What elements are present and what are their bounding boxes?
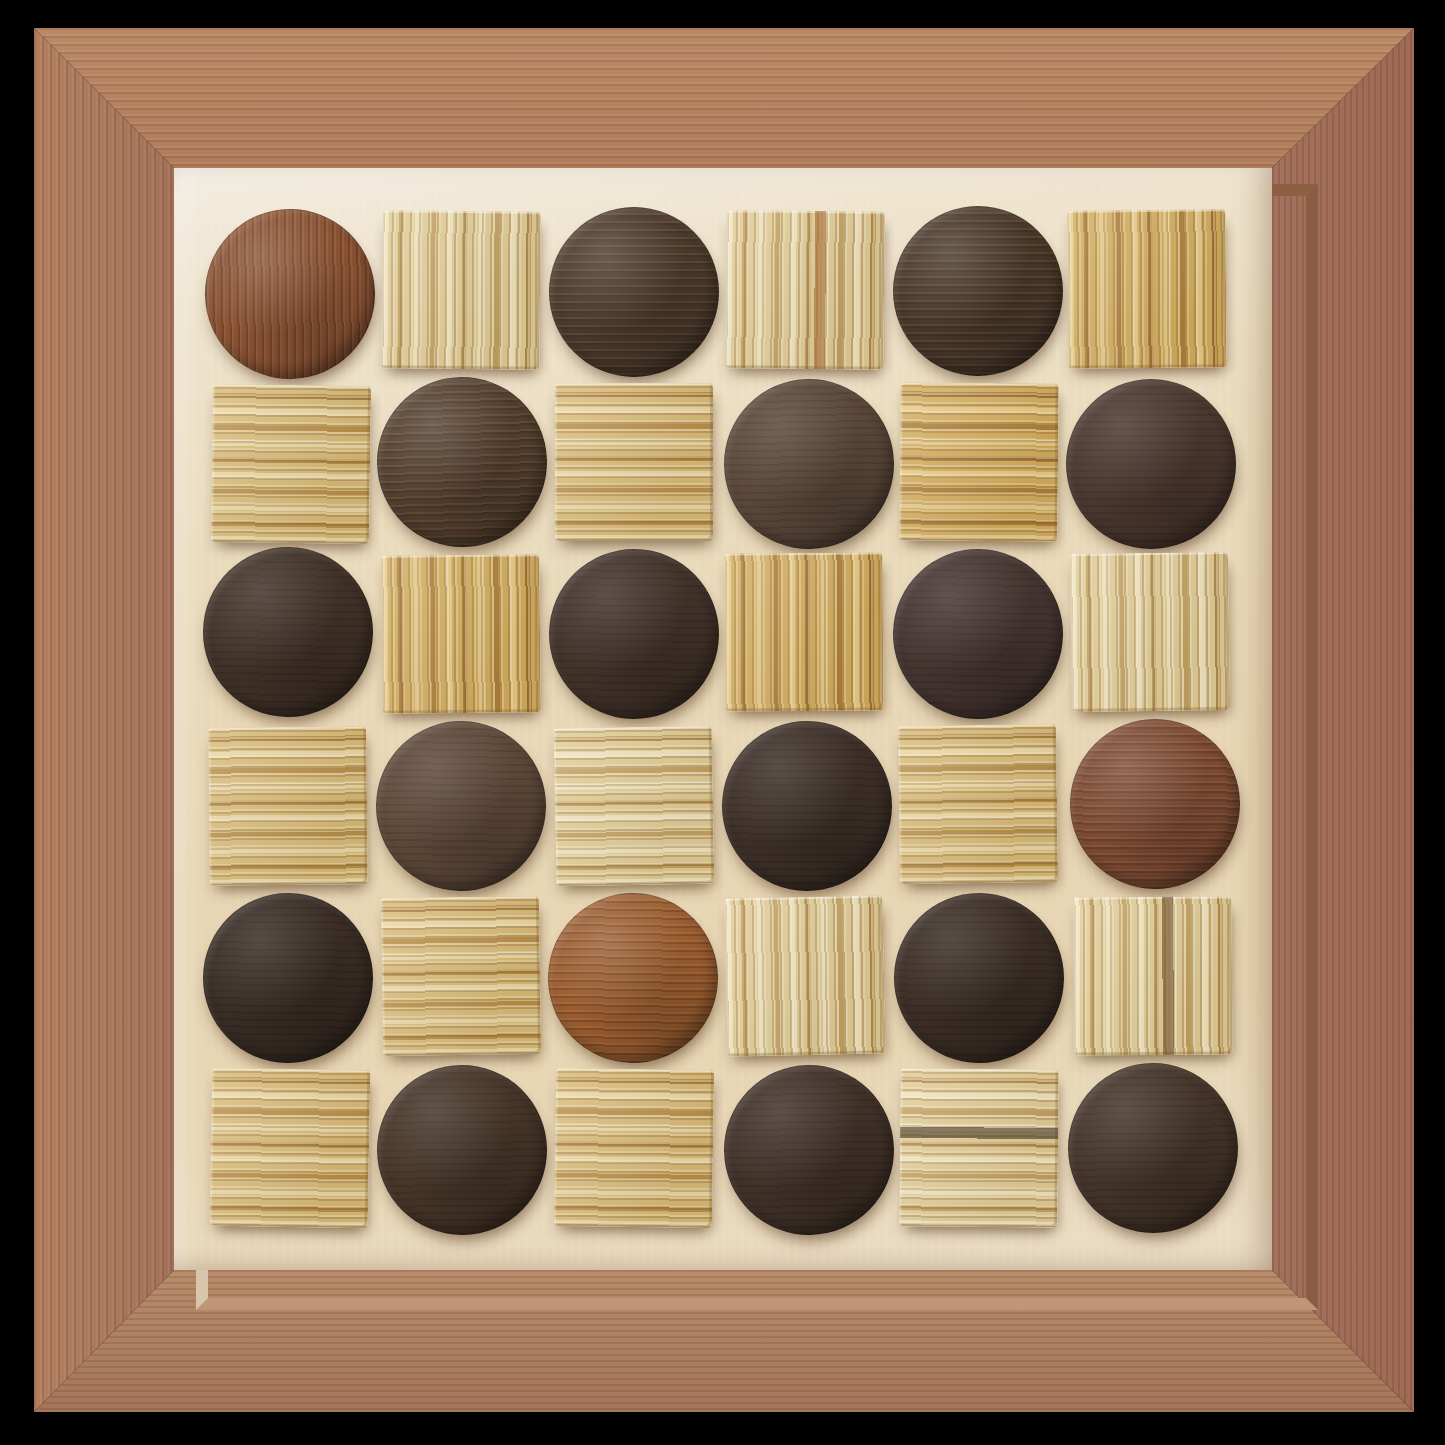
piece-r2c4-disc[interactable] bbox=[723, 378, 896, 551]
piece-r1c3-disc[interactable] bbox=[549, 207, 719, 377]
piece-r5c4-cube[interactable] bbox=[724, 895, 885, 1056]
piece-r3c4-cube[interactable] bbox=[724, 552, 883, 711]
piece-r2c3-cube[interactable] bbox=[555, 383, 713, 541]
piece-r2c2-disc[interactable] bbox=[375, 375, 549, 549]
piece-r5c3-disc[interactable] bbox=[547, 892, 720, 1065]
piece-r4c4-disc[interactable] bbox=[721, 720, 892, 891]
piece-r2c1-cube[interactable] bbox=[211, 384, 371, 544]
piece-r6c5-cube[interactable] bbox=[899, 1068, 1058, 1227]
piece-r4c5-cube[interactable] bbox=[898, 724, 1058, 884]
piece-r5c2-cube[interactable] bbox=[381, 896, 541, 1056]
piece-r4c6-disc[interactable] bbox=[1069, 718, 1240, 889]
piece-r4c3-cube[interactable] bbox=[554, 726, 715, 887]
piece-r1c1-disc[interactable] bbox=[204, 208, 377, 381]
piece-r4c2-disc[interactable] bbox=[375, 720, 548, 893]
piece-r1c4-cube[interactable] bbox=[725, 210, 885, 370]
piece-r6c4-disc[interactable] bbox=[723, 1064, 896, 1237]
piece-r2c6-disc[interactable] bbox=[1066, 379, 1236, 549]
frame-top-rail bbox=[34, 28, 1414, 168]
piece-r5c1-disc[interactable] bbox=[202, 892, 374, 1064]
piece-r3c5-disc[interactable] bbox=[891, 547, 1065, 721]
piece-r1c5-disc[interactable] bbox=[893, 206, 1063, 376]
piece-r3c1-disc[interactable] bbox=[202, 546, 375, 719]
piece-r6c1-cube[interactable] bbox=[210, 1068, 371, 1229]
piece-r3c6-cube[interactable] bbox=[1070, 552, 1230, 712]
frame-left-rail bbox=[34, 28, 174, 1412]
piece-r2c5-cube[interactable] bbox=[899, 382, 1058, 541]
piece-r3c2-cube[interactable] bbox=[381, 554, 541, 714]
piece-r1c6-cube[interactable] bbox=[1067, 209, 1226, 368]
piece-r5c6-cube[interactable] bbox=[1073, 896, 1232, 1055]
piece-r3c3-disc[interactable] bbox=[548, 548, 720, 720]
board-grid bbox=[207, 202, 1239, 1234]
piece-r6c6-disc[interactable] bbox=[1067, 1062, 1238, 1233]
piece-r5c5-disc[interactable] bbox=[893, 892, 1064, 1063]
photo-background bbox=[0, 0, 1445, 1445]
piece-r6c2-disc[interactable] bbox=[376, 1064, 548, 1236]
piece-r1c2-cube[interactable] bbox=[381, 210, 540, 369]
piece-r6c3-cube[interactable] bbox=[554, 1068, 714, 1228]
piece-r4c1-cube[interactable] bbox=[208, 726, 367, 885]
